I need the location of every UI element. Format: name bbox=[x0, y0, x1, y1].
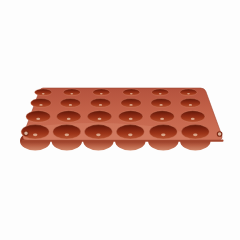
cavity-highlight bbox=[128, 133, 132, 136]
cavity-highlight bbox=[70, 93, 73, 94]
mold-cavity-r3c4 bbox=[118, 111, 142, 123]
cavity-highlight bbox=[65, 133, 69, 136]
mold-cavity-r2c3 bbox=[90, 99, 111, 108]
mold-cavity-r2c6 bbox=[180, 99, 201, 108]
mold-cavity-r1c4 bbox=[123, 89, 140, 96]
cavity-highlight bbox=[98, 118, 102, 120]
cavity-highlight bbox=[42, 93, 45, 94]
cavity-highlight bbox=[187, 93, 190, 94]
cavity-highlight bbox=[159, 104, 162, 106]
cavity-highlight bbox=[189, 104, 192, 106]
mold-cavity-r3c5 bbox=[150, 111, 174, 123]
cavity-highlight bbox=[129, 118, 133, 120]
cavity-highlight bbox=[67, 118, 71, 120]
mold-cavity-r2c4 bbox=[121, 99, 142, 108]
mold-cavity-r3c3 bbox=[87, 111, 111, 123]
cavity-highlight bbox=[129, 104, 132, 106]
cavity-highlight bbox=[160, 118, 164, 120]
cavity-highlight bbox=[36, 118, 40, 120]
mold-cavity-r3c2 bbox=[56, 111, 80, 123]
mold-cavity-r3c1 bbox=[26, 111, 50, 123]
cavity-highlight bbox=[39, 104, 42, 106]
mold-cavity-r1c6 bbox=[180, 89, 197, 96]
mold-cavity-r4c4 bbox=[116, 125, 144, 139]
cavity-highlight bbox=[191, 118, 195, 120]
cavity-highlight bbox=[130, 93, 133, 94]
cavity-highlight bbox=[159, 93, 162, 94]
cavity-highlight bbox=[69, 104, 72, 106]
cavity-highlight bbox=[161, 133, 165, 136]
corner-hole bbox=[217, 132, 222, 137]
corner-hole bbox=[24, 131, 29, 136]
mold-cavity-r1c3 bbox=[93, 89, 110, 96]
mold-cavity-r1c1 bbox=[35, 89, 52, 96]
cavity-highlight bbox=[99, 104, 102, 106]
mold-cavity-r3c6 bbox=[181, 111, 205, 123]
mold-cavity-r2c5 bbox=[151, 99, 172, 108]
mold-cavity-r4c6 bbox=[181, 125, 209, 139]
mold-cavity-r4c2 bbox=[53, 125, 81, 139]
cavity-highlight bbox=[96, 133, 100, 136]
mold-cavity-r2c2 bbox=[60, 99, 81, 108]
mold-cavity-r1c2 bbox=[63, 89, 80, 96]
mold-cavity-r4c3 bbox=[84, 125, 112, 139]
mold-cavity-r1c5 bbox=[152, 89, 169, 96]
cavity-highlight bbox=[33, 133, 37, 136]
cavity-highlight bbox=[193, 133, 197, 136]
cavity-highlight bbox=[100, 93, 103, 94]
mold-cavity-r4c5 bbox=[149, 125, 177, 139]
product-photo bbox=[0, 0, 240, 240]
mold-cavity-r2c1 bbox=[31, 99, 52, 108]
mold-illustration bbox=[0, 0, 240, 240]
